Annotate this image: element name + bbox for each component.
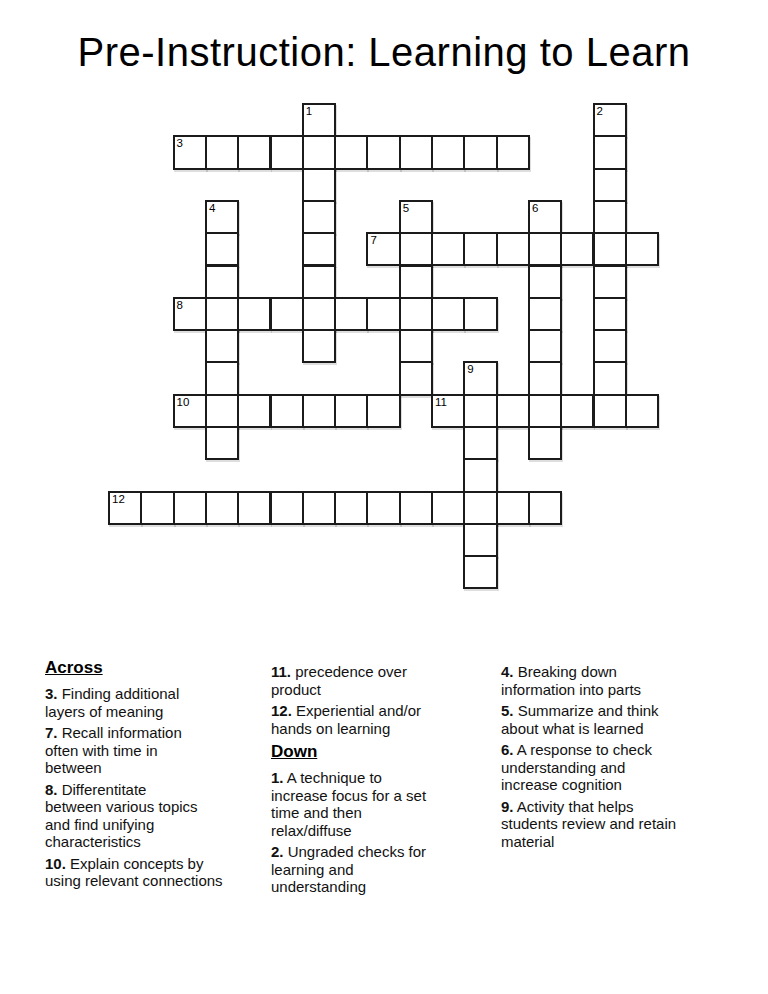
grid-cell[interactable] xyxy=(593,135,627,169)
grid-cell[interactable] xyxy=(625,394,659,428)
clue-item: 1. A technique toincrease focus for a se… xyxy=(271,769,501,839)
clue-line: 2. Ungraded checks for xyxy=(271,843,501,861)
clue-item: 6. A response to checkunderstanding andi… xyxy=(501,741,741,794)
clue-line: 8. Differentitate xyxy=(45,781,271,799)
clue-item-number: 6. xyxy=(501,741,514,758)
clue-line: layers of meaning xyxy=(45,703,271,721)
clue-item-number: 10. xyxy=(45,855,66,872)
grid-cell[interactable] xyxy=(205,426,239,460)
grid-cell[interactable]: 10 xyxy=(173,394,207,428)
grid-cell[interactable] xyxy=(302,329,336,363)
grid-cell[interactable] xyxy=(270,297,304,331)
clue-line: between xyxy=(45,759,271,777)
grid-cell[interactable] xyxy=(496,491,530,525)
grid-cell[interactable] xyxy=(399,361,433,395)
grid-cell[interactable] xyxy=(463,555,497,589)
grid-cell[interactable] xyxy=(302,135,336,169)
clues-column-across: Across3. Finding additionallayers of mea… xyxy=(45,657,271,894)
grid-cell[interactable] xyxy=(366,297,400,331)
clue-item-number: 12. xyxy=(271,702,292,719)
grid-cell[interactable] xyxy=(302,491,336,525)
grid-cell[interactable] xyxy=(593,329,627,363)
grid-cell[interactable] xyxy=(334,297,368,331)
grid-cell[interactable] xyxy=(496,135,530,169)
grid-cell[interactable] xyxy=(463,458,497,492)
puzzle-title: Pre-Instruction: Learning to Learn xyxy=(0,30,768,75)
grid-cell[interactable] xyxy=(593,232,627,266)
clue-line: material xyxy=(501,833,741,851)
clue-item: 7. Recall informationoften with time inb… xyxy=(45,724,271,777)
clue-line: about what is learned xyxy=(501,720,741,738)
clue-number: 1 xyxy=(306,105,312,118)
grid-cell[interactable] xyxy=(463,135,497,169)
grid-cell[interactable] xyxy=(463,523,497,557)
clue-item: 3. Finding additionallayers of meaning xyxy=(45,685,271,720)
clue-item-number: 11. xyxy=(271,663,291,680)
clues-column-down: 4. Breaking downinformation into parts5.… xyxy=(501,657,741,854)
grid-cell[interactable]: 6 xyxy=(528,200,562,234)
clue-line: 5. Summarize and think xyxy=(501,702,741,720)
grid-cell[interactable] xyxy=(528,265,562,299)
clue-line: 1. A technique to xyxy=(271,769,501,787)
clue-item: 5. Summarize and thinkabout what is lear… xyxy=(501,702,741,737)
grid-cell[interactable] xyxy=(302,265,336,299)
clue-item-number: 3. xyxy=(45,685,58,702)
clue-line: students review and retain xyxy=(501,815,741,833)
clue-item-number: 2. xyxy=(271,843,284,860)
grid-cell[interactable] xyxy=(237,297,271,331)
grid-cell[interactable]: 4 xyxy=(205,200,239,234)
clue-line: between various topics xyxy=(45,798,271,816)
clue-line: 6. A response to check xyxy=(501,741,741,759)
clue-line: understanding xyxy=(271,878,501,896)
grid-cell[interactable] xyxy=(399,135,433,169)
grid-cell[interactable] xyxy=(463,394,497,428)
clue-item-number: 1. xyxy=(271,769,284,786)
grid-cell[interactable] xyxy=(560,232,594,266)
clue-line: product xyxy=(271,681,501,699)
clue-item: 8. Differentitatebetween various topicsa… xyxy=(45,781,271,851)
clue-number: 4 xyxy=(209,202,215,215)
grid-cell[interactable] xyxy=(496,394,530,428)
grid-cell[interactable] xyxy=(593,394,627,428)
grid-cell[interactable] xyxy=(399,329,433,363)
clue-line: learning and xyxy=(271,861,501,879)
grid-cell[interactable] xyxy=(399,491,433,525)
grid-cell[interactable] xyxy=(593,200,627,234)
clue-line: 12. Experiential and/or xyxy=(271,702,501,720)
grid-cell[interactable]: 8 xyxy=(173,297,207,331)
grid-cell[interactable]: 2 xyxy=(593,103,627,137)
clue-line: increase cognition xyxy=(501,776,741,794)
crossword-grid: 123456789101112 xyxy=(108,103,660,590)
grid-cell[interactable] xyxy=(270,394,304,428)
clue-number: 10 xyxy=(177,396,190,409)
grid-cell[interactable] xyxy=(399,297,433,331)
grid-cell[interactable] xyxy=(205,361,239,395)
clue-line: time and then xyxy=(271,804,501,822)
clues-heading-down: Down xyxy=(271,741,501,762)
grid-cell[interactable] xyxy=(302,394,336,428)
clue-item-number: 5. xyxy=(501,702,514,719)
grid-cell[interactable] xyxy=(431,232,465,266)
grid-cell[interactable]: 5 xyxy=(399,200,433,234)
grid-cell[interactable] xyxy=(399,232,433,266)
grid-cell[interactable] xyxy=(237,394,271,428)
clue-line: often with time in xyxy=(45,742,271,760)
grid-cell[interactable] xyxy=(237,491,271,525)
grid-cell[interactable] xyxy=(205,265,239,299)
clue-line: understanding and xyxy=(501,759,741,777)
grid-cell[interactable] xyxy=(528,361,562,395)
clue-number: 3 xyxy=(177,137,183,150)
clue-line: increase focus for a set xyxy=(271,787,501,805)
clue-line: characteristics xyxy=(45,833,271,851)
clue-number: 6 xyxy=(532,202,538,215)
clue-item: 10. Explain concepts byusing relevant co… xyxy=(45,855,271,890)
clue-item-number: 7. xyxy=(45,724,58,741)
grid-cell[interactable] xyxy=(334,394,368,428)
grid-cell[interactable] xyxy=(205,232,239,266)
grid-cell[interactable] xyxy=(560,394,594,428)
clue-item-number: 4. xyxy=(501,663,514,680)
clue-number: 2 xyxy=(597,105,603,118)
clue-line: 4. Breaking down xyxy=(501,663,741,681)
grid-cell[interactable] xyxy=(593,297,627,331)
grid-cell[interactable] xyxy=(366,491,400,525)
clue-item: 12. Experiential and/orhands on learning xyxy=(271,702,501,737)
grid-cell[interactable] xyxy=(140,491,174,525)
grid-cell[interactable]: 9 xyxy=(463,361,497,395)
clue-number: 8 xyxy=(177,299,183,312)
clue-item: 4. Breaking downinformation into parts xyxy=(501,663,741,698)
grid-cell[interactable] xyxy=(366,135,400,169)
grid-cell[interactable] xyxy=(205,394,239,428)
grid-cell[interactable] xyxy=(173,491,207,525)
grid-cell[interactable] xyxy=(205,135,239,169)
grid-cell[interactable] xyxy=(528,232,562,266)
grid-cell[interactable] xyxy=(205,329,239,363)
clue-item-number: 9. xyxy=(501,798,514,815)
grid-cell[interactable] xyxy=(302,232,336,266)
clue-line: 11. precedence over xyxy=(271,663,501,681)
clue-number: 9 xyxy=(467,363,473,376)
clue-line: 7. Recall information xyxy=(45,724,271,742)
grid-cell[interactable] xyxy=(463,297,497,331)
clue-number: 12 xyxy=(112,493,125,506)
clue-line: 9. Activity that helps xyxy=(501,798,741,816)
grid-cell[interactable] xyxy=(593,361,627,395)
grid-cell[interactable] xyxy=(334,491,368,525)
grid-cell[interactable] xyxy=(270,491,304,525)
grid-cell[interactable] xyxy=(496,232,530,266)
clue-number: 11 xyxy=(435,396,447,409)
clues-heading-across: Across xyxy=(45,657,271,678)
grid-cell[interactable] xyxy=(431,135,465,169)
grid-cell[interactable] xyxy=(528,297,562,331)
grid-cell[interactable] xyxy=(431,297,465,331)
clue-number: 7 xyxy=(370,234,376,247)
grid-cell[interactable]: 11 xyxy=(431,394,465,428)
clue-item-number: 8. xyxy=(45,781,58,798)
grid-cell[interactable] xyxy=(205,491,239,525)
grid-cell[interactable] xyxy=(528,394,562,428)
grid-cell[interactable] xyxy=(399,265,433,299)
grid-cell[interactable] xyxy=(463,426,497,460)
grid-cell[interactable] xyxy=(237,135,271,169)
clue-line: hands on learning xyxy=(271,720,501,738)
grid-cell[interactable] xyxy=(528,491,562,525)
clue-line: 10. Explain concepts by xyxy=(45,855,271,873)
clue-item: 11. precedence overproduct xyxy=(271,663,501,698)
clue-item: 9. Activity that helpsstudents review an… xyxy=(501,798,741,851)
grid-cell[interactable] xyxy=(302,297,336,331)
grid-cell[interactable]: 12 xyxy=(108,491,142,525)
grid-cell[interactable] xyxy=(625,232,659,266)
grid-cell[interactable] xyxy=(593,265,627,299)
grid-cell[interactable] xyxy=(528,329,562,363)
grid-cell[interactable] xyxy=(334,135,368,169)
grid-cell[interactable] xyxy=(593,168,627,202)
grid-cell[interactable] xyxy=(463,232,497,266)
grid-cell[interactable] xyxy=(431,491,465,525)
clue-number: 5 xyxy=(403,202,409,215)
grid-cell[interactable] xyxy=(205,297,239,331)
grid-cell[interactable] xyxy=(270,135,304,169)
grid-cell[interactable] xyxy=(528,426,562,460)
grid-cell[interactable]: 1 xyxy=(302,103,336,137)
grid-cell[interactable] xyxy=(366,394,400,428)
clue-line: relax/diffuse xyxy=(271,822,501,840)
grid-cell[interactable] xyxy=(302,200,336,234)
grid-cell[interactable] xyxy=(463,491,497,525)
grid-cell[interactable]: 3 xyxy=(173,135,207,169)
grid-cell[interactable] xyxy=(302,168,336,202)
clue-line: information into parts xyxy=(501,681,741,699)
clue-line: and find unifying xyxy=(45,816,271,834)
grid-cell[interactable]: 7 xyxy=(366,232,400,266)
clue-line: 3. Finding additional xyxy=(45,685,271,703)
clue-item: 2. Ungraded checks forlearning andunders… xyxy=(271,843,501,896)
clue-line: using relevant connections xyxy=(45,872,271,890)
clues-column-middle: 11. precedence overproduct12. Experienti… xyxy=(271,657,501,900)
